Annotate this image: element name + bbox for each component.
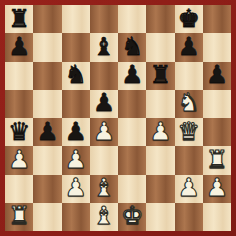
square-g8[interactable]: ♚ [175,5,203,33]
square-a6[interactable] [5,62,33,90]
square-d2[interactable]: ♝ [90,175,118,203]
square-b4[interactable]: ♟ [33,118,61,146]
square-g5[interactable]: ♞ [175,90,203,118]
square-a5[interactable] [5,90,33,118]
square-h2[interactable]: ♟ [203,175,231,203]
square-b7[interactable] [33,33,61,61]
square-c6[interactable]: ♞ [62,62,90,90]
piece-black-pawn-g7[interactable]: ♟ [177,34,199,59]
square-g2[interactable]: ♟ [175,175,203,203]
piece-black-pawn-h6[interactable]: ♟ [206,62,228,87]
square-e3[interactable] [118,146,146,174]
square-h4[interactable] [203,118,231,146]
piece-white-knight-g5[interactable]: ♞ [177,90,199,115]
square-d8[interactable] [90,5,118,33]
square-h5[interactable] [203,90,231,118]
square-h3[interactable]: ♜ [203,146,231,174]
piece-white-queen-g4[interactable]: ♛ [177,119,199,144]
piece-white-bishop-d2[interactable]: ♝ [93,175,115,200]
square-a7[interactable]: ♟ [5,33,33,61]
piece-white-pawn-d4[interactable]: ♟ [93,119,115,144]
piece-black-knight-e7[interactable]: ♞ [121,34,143,59]
piece-black-pawn-a7[interactable]: ♟ [8,34,30,59]
square-a2[interactable] [5,175,33,203]
square-b8[interactable] [33,5,61,33]
square-f7[interactable] [146,33,174,61]
square-f8[interactable] [146,5,174,33]
square-h6[interactable]: ♟ [203,62,231,90]
square-e7[interactable]: ♞ [118,33,146,61]
square-b1[interactable] [33,203,61,231]
square-e2[interactable] [118,175,146,203]
square-c5[interactable] [62,90,90,118]
square-d5[interactable]: ♟ [90,90,118,118]
chess-diagram: ♜♚♟♝♞♟♞♟♜♟♟♞♛♟♟♟♟♛♟♟♜♟♝♟♟♜♝♚ [0,0,236,236]
piece-white-pawn-a3[interactable]: ♟ [8,147,30,172]
square-g7[interactable]: ♟ [175,33,203,61]
piece-white-bishop-d1[interactable]: ♝ [93,203,115,228]
square-g4[interactable]: ♛ [175,118,203,146]
square-f6[interactable]: ♜ [146,62,174,90]
piece-white-pawn-h2[interactable]: ♟ [206,175,228,200]
board-frame: ♜♚♟♝♞♟♞♟♜♟♟♞♛♟♟♟♟♛♟♟♜♟♝♟♟♜♝♚ [0,0,236,236]
square-c2[interactable]: ♟ [62,175,90,203]
piece-white-pawn-g2[interactable]: ♟ [177,175,199,200]
square-b5[interactable] [33,90,61,118]
square-g6[interactable] [175,62,203,90]
square-d6[interactable] [90,62,118,90]
piece-black-rook-a8[interactable]: ♜ [8,6,30,31]
piece-white-pawn-f4[interactable]: ♟ [149,119,171,144]
square-h1[interactable] [203,203,231,231]
square-a1[interactable]: ♜ [5,203,33,231]
square-c1[interactable] [62,203,90,231]
square-g1[interactable] [175,203,203,231]
square-b3[interactable] [33,146,61,174]
piece-black-queen-a4[interactable]: ♛ [8,119,30,144]
piece-white-rook-h3[interactable]: ♜ [206,147,228,172]
square-b2[interactable] [33,175,61,203]
piece-black-king-g8[interactable]: ♚ [177,6,199,31]
square-a3[interactable]: ♟ [5,146,33,174]
square-e4[interactable] [118,118,146,146]
square-d3[interactable] [90,146,118,174]
square-a4[interactable]: ♛ [5,118,33,146]
square-f4[interactable]: ♟ [146,118,174,146]
piece-black-rook-f6[interactable]: ♜ [149,62,171,87]
square-f2[interactable] [146,175,174,203]
square-h8[interactable] [203,5,231,33]
piece-white-pawn-c2[interactable]: ♟ [64,175,86,200]
square-c4[interactable]: ♟ [62,118,90,146]
square-d1[interactable]: ♝ [90,203,118,231]
square-d7[interactable]: ♝ [90,33,118,61]
square-e5[interactable] [118,90,146,118]
square-c8[interactable] [62,5,90,33]
piece-white-rook-a1[interactable]: ♜ [8,203,30,228]
square-e1[interactable]: ♚ [118,203,146,231]
square-f3[interactable] [146,146,174,174]
square-e8[interactable] [118,5,146,33]
chess-board: ♜♚♟♝♞♟♞♟♜♟♟♞♛♟♟♟♟♛♟♟♜♟♝♟♟♜♝♚ [5,5,231,231]
square-h7[interactable] [203,33,231,61]
piece-black-pawn-c4[interactable]: ♟ [64,119,86,144]
square-b6[interactable] [33,62,61,90]
square-f5[interactable] [146,90,174,118]
square-g3[interactable] [175,146,203,174]
piece-black-knight-c6[interactable]: ♞ [64,62,86,87]
piece-black-pawn-d5[interactable]: ♟ [93,90,115,115]
piece-white-king-e1[interactable]: ♚ [121,203,143,228]
square-f1[interactable] [146,203,174,231]
square-c3[interactable]: ♟ [62,146,90,174]
square-d4[interactable]: ♟ [90,118,118,146]
piece-black-bishop-d7[interactable]: ♝ [93,34,115,59]
square-e6[interactable]: ♟ [118,62,146,90]
square-a8[interactable]: ♜ [5,5,33,33]
piece-black-pawn-e6[interactable]: ♟ [121,62,143,87]
piece-white-pawn-c3[interactable]: ♟ [64,147,86,172]
piece-black-pawn-b4[interactable]: ♟ [36,119,58,144]
square-c7[interactable] [62,33,90,61]
